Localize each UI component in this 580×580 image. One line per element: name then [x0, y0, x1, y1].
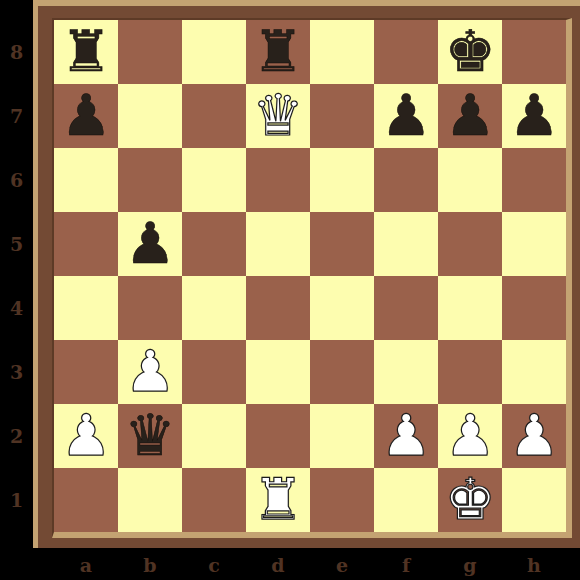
- file-label-c: c: [182, 554, 246, 576]
- square-c7[interactable]: [182, 84, 246, 148]
- square-f7[interactable]: ♟: [374, 84, 438, 148]
- piece-white-pawn-g2[interactable]: ♟: [438, 404, 502, 468]
- rank-label-6: 6: [0, 169, 33, 191]
- square-a7[interactable]: ♟: [54, 84, 118, 148]
- chess-board-frame: ♜♜♚♟♛♟♟♟♟♟♟♛♟♟♟♜♚: [33, 0, 580, 548]
- square-d8[interactable]: ♜: [246, 20, 310, 84]
- square-a1[interactable]: [54, 468, 118, 532]
- square-g3[interactable]: [438, 340, 502, 404]
- square-g5[interactable]: [438, 212, 502, 276]
- piece-black-pawn-b5[interactable]: ♟: [118, 212, 182, 276]
- square-b4[interactable]: [118, 276, 182, 340]
- square-b3[interactable]: ♟: [118, 340, 182, 404]
- square-a3[interactable]: [54, 340, 118, 404]
- rank-label-8: 8: [0, 41, 33, 63]
- chess-board: ♜♜♚♟♛♟♟♟♟♟♟♛♟♟♟♜♚: [52, 18, 572, 538]
- square-b1[interactable]: [118, 468, 182, 532]
- square-d5[interactable]: [246, 212, 310, 276]
- piece-white-pawn-h2[interactable]: ♟: [502, 404, 566, 468]
- file-label-f: f: [374, 554, 438, 576]
- square-e5[interactable]: [310, 212, 374, 276]
- file-label-d: d: [246, 554, 310, 576]
- square-g1[interactable]: ♚: [438, 468, 502, 532]
- piece-white-pawn-f2[interactable]: ♟: [374, 404, 438, 468]
- piece-black-queen-b2[interactable]: ♛: [118, 404, 182, 468]
- square-a5[interactable]: [54, 212, 118, 276]
- square-g2[interactable]: ♟: [438, 404, 502, 468]
- square-e4[interactable]: [310, 276, 374, 340]
- square-f4[interactable]: [374, 276, 438, 340]
- square-h5[interactable]: [502, 212, 566, 276]
- page-background: { "game": "chess", "position": { "fen": …: [0, 0, 580, 580]
- square-f3[interactable]: [374, 340, 438, 404]
- square-e7[interactable]: [310, 84, 374, 148]
- square-g7[interactable]: ♟: [438, 84, 502, 148]
- square-f2[interactable]: ♟: [374, 404, 438, 468]
- rank-label-4: 4: [0, 297, 33, 319]
- file-label-h: h: [502, 554, 566, 576]
- rank-label-1: 1: [0, 489, 33, 511]
- square-f6[interactable]: [374, 148, 438, 212]
- square-d7[interactable]: ♛: [246, 84, 310, 148]
- square-h4[interactable]: [502, 276, 566, 340]
- square-a2[interactable]: ♟: [54, 404, 118, 468]
- rank-label-7: 7: [0, 105, 33, 127]
- square-e3[interactable]: [310, 340, 374, 404]
- square-a6[interactable]: [54, 148, 118, 212]
- file-label-a: a: [54, 554, 118, 576]
- piece-white-pawn-a2[interactable]: ♟: [54, 404, 118, 468]
- piece-white-pawn-b3[interactable]: ♟: [118, 340, 182, 404]
- square-b5[interactable]: ♟: [118, 212, 182, 276]
- square-c1[interactable]: [182, 468, 246, 532]
- square-h3[interactable]: [502, 340, 566, 404]
- square-h1[interactable]: [502, 468, 566, 532]
- square-b7[interactable]: [118, 84, 182, 148]
- square-d2[interactable]: [246, 404, 310, 468]
- square-f5[interactable]: [374, 212, 438, 276]
- square-b6[interactable]: [118, 148, 182, 212]
- square-d6[interactable]: [246, 148, 310, 212]
- file-label-g: g: [438, 554, 502, 576]
- square-d1[interactable]: ♜: [246, 468, 310, 532]
- square-g4[interactable]: [438, 276, 502, 340]
- square-e2[interactable]: [310, 404, 374, 468]
- rank-label-5: 5: [0, 233, 33, 255]
- square-a4[interactable]: [54, 276, 118, 340]
- square-f8[interactable]: [374, 20, 438, 84]
- square-h7[interactable]: ♟: [502, 84, 566, 148]
- square-c8[interactable]: [182, 20, 246, 84]
- piece-black-pawn-f7[interactable]: ♟: [374, 84, 438, 148]
- square-c3[interactable]: [182, 340, 246, 404]
- piece-black-rook-a8[interactable]: ♜: [54, 20, 118, 84]
- square-g6[interactable]: [438, 148, 502, 212]
- piece-black-pawn-g7[interactable]: ♟: [438, 84, 502, 148]
- square-d4[interactable]: [246, 276, 310, 340]
- file-labels: abcdefgh: [54, 549, 566, 580]
- square-c5[interactable]: [182, 212, 246, 276]
- rank-label-2: 2: [0, 425, 33, 447]
- square-e1[interactable]: [310, 468, 374, 532]
- rank-labels: 87654321: [0, 20, 33, 532]
- square-c6[interactable]: [182, 148, 246, 212]
- square-g8[interactable]: ♚: [438, 20, 502, 84]
- piece-white-king-g1[interactable]: ♚: [438, 468, 502, 532]
- square-h8[interactable]: [502, 20, 566, 84]
- square-f1[interactable]: [374, 468, 438, 532]
- square-c4[interactable]: [182, 276, 246, 340]
- square-b2[interactable]: ♛: [118, 404, 182, 468]
- piece-black-king-g8[interactable]: ♚: [438, 20, 502, 84]
- square-e8[interactable]: [310, 20, 374, 84]
- rank-label-3: 3: [0, 361, 33, 383]
- square-a8[interactable]: ♜: [54, 20, 118, 84]
- file-label-e: e: [310, 554, 374, 576]
- piece-black-pawn-h7[interactable]: ♟: [502, 84, 566, 148]
- piece-black-pawn-a7[interactable]: ♟: [54, 84, 118, 148]
- square-d3[interactable]: [246, 340, 310, 404]
- piece-white-queen-d7[interactable]: ♛: [246, 84, 310, 148]
- square-b8[interactable]: [118, 20, 182, 84]
- piece-white-rook-d1[interactable]: ♜: [246, 468, 310, 532]
- square-e6[interactable]: [310, 148, 374, 212]
- square-c2[interactable]: [182, 404, 246, 468]
- square-h2[interactable]: ♟: [502, 404, 566, 468]
- piece-black-rook-d8[interactable]: ♜: [246, 20, 310, 84]
- square-h6[interactable]: [502, 148, 566, 212]
- file-label-b: b: [118, 554, 182, 576]
